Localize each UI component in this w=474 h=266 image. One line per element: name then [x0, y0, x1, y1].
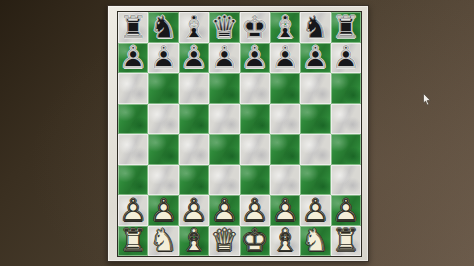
- square-d2[interactable]: ♟♙: [209, 195, 239, 226]
- piece-black-queen[interactable]: ♛♕: [209, 12, 239, 43]
- piece-glyph-outline: ♙: [300, 195, 330, 226]
- piece-black-pawn[interactable]: ♟♙: [179, 43, 209, 74]
- piece-black-rook[interactable]: ♜♖: [118, 12, 148, 43]
- piece-white-pawn[interactable]: ♟♙: [179, 195, 209, 226]
- piece-glyph-fill: ♟: [240, 195, 270, 226]
- square-d8[interactable]: ♛♕: [209, 12, 239, 43]
- piece-glyph-fill: ♟: [118, 43, 148, 74]
- square-g1[interactable]: ♞♘: [300, 226, 330, 257]
- square-f2[interactable]: ♟♙: [270, 195, 300, 226]
- square-f4[interactable]: [270, 134, 300, 165]
- piece-white-bishop[interactable]: ♝♗: [270, 226, 300, 257]
- square-d4[interactable]: [209, 134, 239, 165]
- piece-white-knight[interactable]: ♞♘: [148, 226, 178, 257]
- square-d5[interactable]: [209, 104, 239, 135]
- square-d6[interactable]: [209, 73, 239, 104]
- piece-glyph-outline: ♘: [300, 12, 330, 43]
- piece-glyph-fill: ♟: [148, 195, 178, 226]
- piece-white-knight[interactable]: ♞♘: [300, 226, 330, 257]
- piece-black-pawn[interactable]: ♟♙: [331, 43, 361, 74]
- piece-black-pawn[interactable]: ♟♙: [270, 43, 300, 74]
- piece-glyph-outline: ♙: [209, 195, 239, 226]
- square-a2[interactable]: ♟♙: [118, 195, 148, 226]
- piece-glyph-outline: ♙: [331, 195, 361, 226]
- square-f1[interactable]: ♝♗: [270, 226, 300, 257]
- piece-glyph-fill: ♟: [300, 195, 330, 226]
- square-a1[interactable]: ♜♖: [118, 226, 148, 257]
- piece-glyph-outline: ♗: [270, 226, 300, 257]
- piece-glyph-outline: ♙: [240, 43, 270, 74]
- piece-glyph-outline: ♙: [179, 195, 209, 226]
- piece-glyph-fill: ♜: [118, 226, 148, 257]
- piece-glyph-fill: ♝: [270, 12, 300, 43]
- piece-white-pawn[interactable]: ♟♙: [209, 195, 239, 226]
- square-d1[interactable]: ♛♕: [209, 226, 239, 257]
- square-h5[interactable]: [331, 104, 361, 135]
- piece-glyph-outline: ♘: [148, 226, 178, 257]
- piece-white-pawn[interactable]: ♟♙: [331, 195, 361, 226]
- piece-glyph-fill: ♝: [179, 226, 209, 257]
- square-e7[interactable]: ♟♙: [240, 43, 270, 74]
- piece-glyph-outline: ♙: [179, 43, 209, 74]
- piece-black-bishop[interactable]: ♝♗: [270, 12, 300, 43]
- square-g3[interactable]: [300, 165, 330, 196]
- piece-glyph-fill: ♞: [300, 226, 330, 257]
- piece-black-rook[interactable]: ♜♖: [331, 12, 361, 43]
- square-f6[interactable]: [270, 73, 300, 104]
- piece-glyph-outline: ♕: [209, 226, 239, 257]
- square-b3[interactable]: [148, 165, 178, 196]
- piece-glyph-outline: ♙: [240, 195, 270, 226]
- square-h3[interactable]: [331, 165, 361, 196]
- square-h4[interactable]: [331, 134, 361, 165]
- square-f3[interactable]: [270, 165, 300, 196]
- piece-glyph-fill: ♞: [300, 12, 330, 43]
- square-e2[interactable]: ♟♙: [240, 195, 270, 226]
- square-e4[interactable]: [240, 134, 270, 165]
- square-e6[interactable]: [240, 73, 270, 104]
- piece-glyph-fill: ♟: [240, 43, 270, 74]
- square-b8[interactable]: ♞♘: [148, 12, 178, 43]
- piece-glyph-outline: ♔: [240, 12, 270, 43]
- piece-black-bishop[interactable]: ♝♗: [179, 12, 209, 43]
- square-b1[interactable]: ♞♘: [148, 226, 178, 257]
- piece-white-king[interactable]: ♚♔: [240, 226, 270, 257]
- square-b7[interactable]: ♟♙: [148, 43, 178, 74]
- desktop-background: ♜♖♞♘♝♗♛♕♚♔♝♗♞♘♜♖♟♙♟♙♟♙♟♙♟♙♟♙♟♙♟♙♟♙♟♙♟♙♟♙…: [0, 0, 474, 266]
- square-e1[interactable]: ♚♔: [240, 226, 270, 257]
- piece-glyph-outline: ♕: [209, 12, 239, 43]
- piece-black-pawn[interactable]: ♟♙: [240, 43, 270, 74]
- square-h2[interactable]: ♟♙: [331, 195, 361, 226]
- square-g5[interactable]: [300, 104, 330, 135]
- square-h6[interactable]: [331, 73, 361, 104]
- piece-glyph-fill: ♟: [270, 195, 300, 226]
- square-e8[interactable]: ♚♔: [240, 12, 270, 43]
- piece-glyph-outline: ♙: [331, 43, 361, 74]
- square-b2[interactable]: ♟♙: [148, 195, 178, 226]
- piece-glyph-outline: ♗: [270, 12, 300, 43]
- square-a4[interactable]: [118, 134, 148, 165]
- piece-glyph-outline: ♙: [148, 43, 178, 74]
- chess-board: ♜♖♞♘♝♗♛♕♚♔♝♗♞♘♜♖♟♙♟♙♟♙♟♙♟♙♟♙♟♙♟♙♟♙♟♙♟♙♟♙…: [117, 11, 362, 257]
- square-d7[interactable]: ♟♙: [209, 43, 239, 74]
- square-g6[interactable]: [300, 73, 330, 104]
- piece-glyph-fill: ♜: [118, 12, 148, 43]
- piece-black-pawn[interactable]: ♟♙: [209, 43, 239, 74]
- piece-glyph-fill: ♞: [148, 12, 178, 43]
- piece-glyph-outline: ♖: [331, 12, 361, 43]
- piece-glyph-fill: ♟: [118, 195, 148, 226]
- square-d3[interactable]: [209, 165, 239, 196]
- square-a3[interactable]: [118, 165, 148, 196]
- square-e3[interactable]: [240, 165, 270, 196]
- piece-glyph-fill: ♟: [300, 43, 330, 74]
- piece-white-pawn[interactable]: ♟♙: [148, 195, 178, 226]
- piece-glyph-fill: ♛: [209, 12, 239, 43]
- piece-black-knight[interactable]: ♞♘: [300, 12, 330, 43]
- piece-glyph-outline: ♖: [118, 226, 148, 257]
- square-b4[interactable]: [148, 134, 178, 165]
- piece-glyph-fill: ♜: [331, 12, 361, 43]
- square-g7[interactable]: ♟♙: [300, 43, 330, 74]
- piece-white-bishop[interactable]: ♝♗: [179, 226, 209, 257]
- piece-glyph-fill: ♚: [240, 12, 270, 43]
- square-h8[interactable]: ♜♖: [331, 12, 361, 43]
- square-h1[interactable]: ♜♖: [331, 226, 361, 257]
- piece-glyph-outline: ♙: [148, 195, 178, 226]
- square-c4[interactable]: [179, 134, 209, 165]
- piece-glyph-outline: ♗: [179, 226, 209, 257]
- piece-glyph-fill: ♞: [148, 226, 178, 257]
- square-a5[interactable]: [118, 104, 148, 135]
- chess-board-frame: ♜♖♞♘♝♗♛♕♚♔♝♗♞♘♜♖♟♙♟♙♟♙♟♙♟♙♟♙♟♙♟♙♟♙♟♙♟♙♟♙…: [107, 5, 369, 262]
- square-f8[interactable]: ♝♗: [270, 12, 300, 43]
- piece-glyph-fill: ♟: [331, 195, 361, 226]
- square-g2[interactable]: ♟♙: [300, 195, 330, 226]
- piece-white-pawn[interactable]: ♟♙: [118, 195, 148, 226]
- mouse-cursor-icon: [423, 93, 432, 106]
- piece-glyph-outline: ♘: [300, 226, 330, 257]
- square-g8[interactable]: ♞♘: [300, 12, 330, 43]
- piece-black-pawn[interactable]: ♟♙: [300, 43, 330, 74]
- piece-white-rook[interactable]: ♜♖: [331, 226, 361, 257]
- piece-glyph-fill: ♚: [240, 226, 270, 257]
- piece-glyph-fill: ♟: [270, 43, 300, 74]
- piece-glyph-outline: ♘: [148, 12, 178, 43]
- piece-glyph-fill: ♜: [331, 226, 361, 257]
- square-c6[interactable]: [179, 73, 209, 104]
- square-f7[interactable]: ♟♙: [270, 43, 300, 74]
- piece-glyph-outline: ♙: [270, 195, 300, 226]
- piece-glyph-fill: ♟: [331, 43, 361, 74]
- piece-white-pawn[interactable]: ♟♙: [270, 195, 300, 226]
- piece-glyph-outline: ♙: [118, 43, 148, 74]
- piece-black-knight[interactable]: ♞♘: [148, 12, 178, 43]
- square-c2[interactable]: ♟♙: [179, 195, 209, 226]
- square-c3[interactable]: [179, 165, 209, 196]
- piece-glyph-fill: ♟: [209, 43, 239, 74]
- piece-glyph-fill: ♟: [209, 195, 239, 226]
- piece-glyph-outline: ♙: [209, 43, 239, 74]
- square-b6[interactable]: [148, 73, 178, 104]
- square-c5[interactable]: [179, 104, 209, 135]
- piece-glyph-fill: ♛: [209, 226, 239, 257]
- square-a6[interactable]: [118, 73, 148, 104]
- square-c8[interactable]: ♝♗: [179, 12, 209, 43]
- piece-glyph-fill: ♟: [148, 43, 178, 74]
- piece-white-rook[interactable]: ♜♖: [118, 226, 148, 257]
- square-g4[interactable]: [300, 134, 330, 165]
- piece-glyph-outline: ♖: [118, 12, 148, 43]
- piece-white-pawn[interactable]: ♟♙: [240, 195, 270, 226]
- piece-white-pawn[interactable]: ♟♙: [300, 195, 330, 226]
- piece-glyph-fill: ♟: [179, 195, 209, 226]
- square-h7[interactable]: ♟♙: [331, 43, 361, 74]
- square-a8[interactable]: ♜♖: [118, 12, 148, 43]
- square-c7[interactable]: ♟♙: [179, 43, 209, 74]
- piece-glyph-outline: ♔: [240, 226, 270, 257]
- piece-glyph-outline: ♙: [270, 43, 300, 74]
- piece-glyph-outline: ♗: [179, 12, 209, 43]
- piece-glyph-outline: ♙: [118, 195, 148, 226]
- square-f5[interactable]: [270, 104, 300, 135]
- square-e5[interactable]: [240, 104, 270, 135]
- piece-glyph-fill: ♝: [179, 12, 209, 43]
- piece-glyph-fill: ♝: [270, 226, 300, 257]
- piece-white-queen[interactable]: ♛♕: [209, 226, 239, 257]
- piece-glyph-outline: ♙: [300, 43, 330, 74]
- piece-glyph-fill: ♟: [179, 43, 209, 74]
- square-c1[interactable]: ♝♗: [179, 226, 209, 257]
- square-a7[interactable]: ♟♙: [118, 43, 148, 74]
- piece-black-pawn[interactable]: ♟♙: [118, 43, 148, 74]
- piece-black-pawn[interactable]: ♟♙: [148, 43, 178, 74]
- square-b5[interactable]: [148, 104, 178, 135]
- piece-black-king[interactable]: ♚♔: [240, 12, 270, 43]
- piece-glyph-outline: ♖: [331, 226, 361, 257]
